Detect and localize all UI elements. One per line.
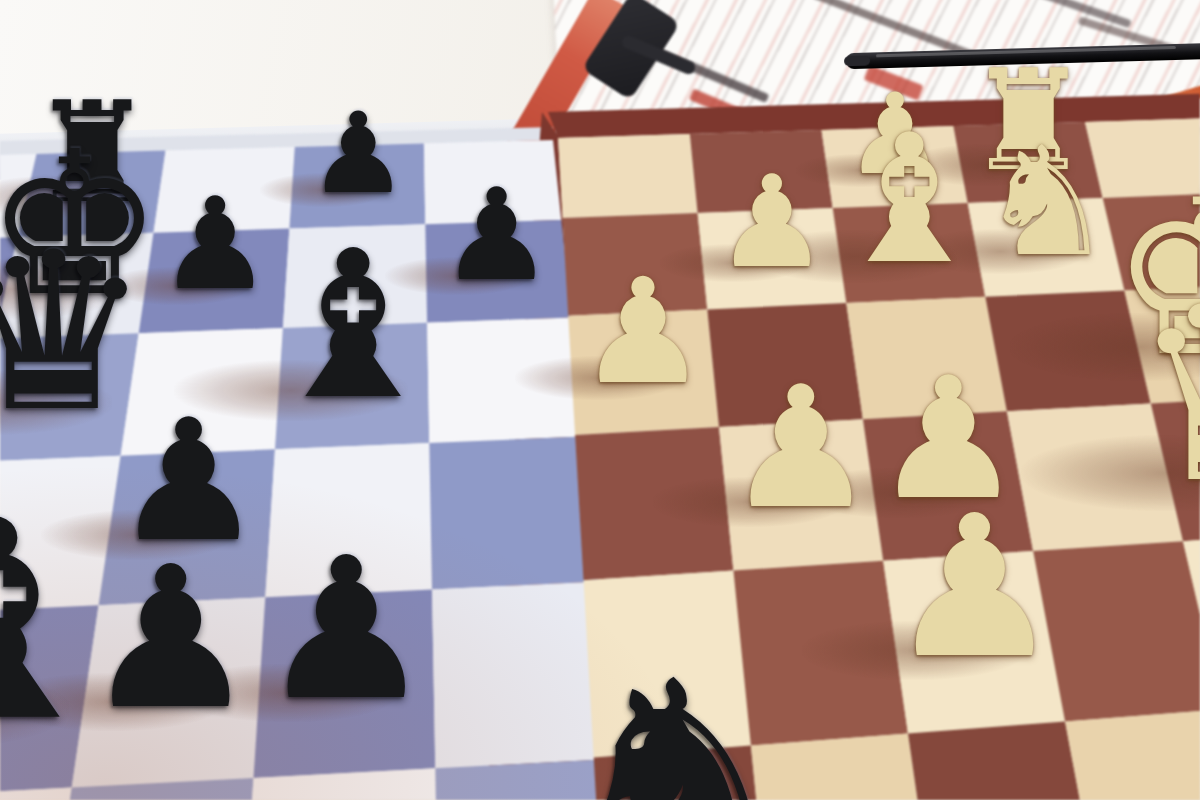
piece-right-board-wP-a4[interactable]: ♟ <box>578 258 709 404</box>
piece-right-board-bN-a7[interactable]: ♞ <box>560 646 804 800</box>
piece-left-board-bB-c2[interactable]: ♝ <box>262 224 445 428</box>
piece-right-board-wP-c6[interactable]: ♟ <box>887 490 1063 686</box>
piece-left-board-bP-a2[interactable]: ♟ <box>308 98 408 210</box>
piece-left-board-bP-b1[interactable]: ♟ <box>440 172 554 299</box>
piece-right-board-wQ-e5[interactable]: ♛ <box>1130 266 1200 518</box>
piece-left-board-bP-e2[interactable]: ♟ <box>258 532 434 728</box>
piece-left-board-bB-e4[interactable]: ♝ <box>0 484 118 758</box>
piece-left-board-bP-b3[interactable]: ♟ <box>158 182 272 309</box>
piece-right-board-wB-c3[interactable]: ♝ <box>829 111 988 289</box>
tournament-photo-scene: ♜♚♛♝♟♟♟♟♝♟♟♟♟♟♟♝♟♟♜♞♚♛♞ <box>0 0 1200 800</box>
piece-right-board-wP-b3[interactable]: ♟ <box>715 159 829 286</box>
piece-right-board-wP-b5[interactable]: ♟ <box>726 364 877 532</box>
piece-right-board-wN-d3[interactable]: ♞ <box>979 127 1114 278</box>
pieces-layer: ♜♚♛♝♟♟♟♟♝♟♟♟♟♟♟♝♟♟♜♞♚♛♞ <box>0 0 1200 800</box>
